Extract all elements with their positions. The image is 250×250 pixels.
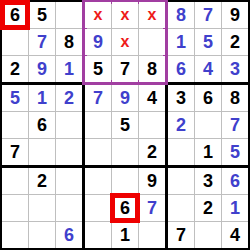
cell-r8c8[interactable]: 2 — [195, 195, 221, 221]
cell-r4c5[interactable]: 9 — [112, 85, 138, 111]
cell-r4c1[interactable]: 5 — [2, 85, 28, 111]
cell-r5c1[interactable] — [2, 112, 28, 138]
box-2: xxx9x578 — [85, 2, 165, 82]
cell-r5c6[interactable] — [139, 112, 165, 138]
cell-r2c1[interactable] — [2, 29, 28, 55]
cell-r5c7[interactable]: 2 — [168, 112, 194, 138]
cell-r7c2[interactable]: 2 — [29, 168, 55, 194]
box-4: 51267 — [2, 85, 82, 165]
cell-r6c5[interactable] — [112, 139, 138, 165]
cell-r1c6[interactable]: x — [139, 2, 165, 28]
cell-r3c1[interactable]: 2 — [2, 56, 28, 82]
cell-r3c7[interactable]: 6 — [168, 56, 194, 82]
cell-r6c1[interactable]: 7 — [2, 139, 28, 165]
cell-r9c9[interactable]: 4 — [222, 222, 248, 248]
cell-r1c3[interactable] — [56, 2, 82, 28]
cell-r4c9[interactable]: 8 — [222, 85, 248, 111]
cell-r5c8[interactable] — [195, 112, 221, 138]
cell-r4c2[interactable]: 1 — [29, 85, 55, 111]
cell-r3c5[interactable]: 7 — [112, 56, 138, 82]
cell-r7c5[interactable] — [112, 168, 138, 194]
box-3: 879152643 — [168, 2, 248, 82]
cell-r8c1[interactable] — [2, 195, 28, 221]
cell-r6c4[interactable] — [85, 139, 111, 165]
cell-r3c2[interactable]: 9 — [29, 56, 55, 82]
cell-r1c2[interactable]: 5 — [29, 2, 55, 28]
cell-r7c1[interactable] — [2, 168, 28, 194]
cell-r9c6[interactable] — [139, 222, 165, 248]
cell-r7c6[interactable]: 9 — [139, 168, 165, 194]
cell-r6c3[interactable] — [56, 139, 82, 165]
cell-r8c2[interactable] — [29, 195, 55, 221]
cell-r9c1[interactable] — [2, 222, 28, 248]
cell-r5c4[interactable] — [85, 112, 111, 138]
box-5: 79452 — [85, 85, 165, 165]
cell-r2c5[interactable]: x — [112, 29, 138, 55]
cell-r3c9[interactable]: 3 — [222, 56, 248, 82]
cell-r6c8[interactable]: 1 — [195, 139, 221, 165]
cell-r7c4[interactable] — [85, 168, 111, 194]
cell-r9c8[interactable] — [195, 222, 221, 248]
cell-r4c4[interactable]: 7 — [85, 85, 111, 111]
cell-r2c7[interactable]: 1 — [168, 29, 194, 55]
box-6: 3682715 — [168, 85, 248, 165]
box-7: 26 — [2, 168, 82, 248]
cell-r5c2[interactable]: 6 — [29, 112, 55, 138]
cell-r4c8[interactable]: 6 — [195, 85, 221, 111]
cell-r3c6[interactable]: 8 — [139, 56, 165, 82]
cell-r2c4[interactable]: 9 — [85, 29, 111, 55]
cell-r8c9[interactable]: 1 — [222, 195, 248, 221]
cell-r1c1[interactable]: 6 — [2, 2, 28, 28]
cell-r6c2[interactable] — [29, 139, 55, 165]
cell-r4c3[interactable]: 2 — [56, 85, 82, 111]
cell-r3c3[interactable]: 1 — [56, 56, 82, 82]
cell-r2c9[interactable]: 2 — [222, 29, 248, 55]
cell-r2c8[interactable]: 5 — [195, 29, 221, 55]
cell-r5c3[interactable] — [56, 112, 82, 138]
cell-r7c8[interactable]: 3 — [195, 168, 221, 194]
cell-r9c5[interactable]: 1 — [112, 222, 138, 248]
box-8: 9671 — [85, 168, 165, 248]
cell-r4c7[interactable]: 3 — [168, 85, 194, 111]
cell-r1c8[interactable]: 7 — [195, 2, 221, 28]
cell-r5c9[interactable]: 7 — [222, 112, 248, 138]
cell-r6c6[interactable]: 2 — [139, 139, 165, 165]
cell-r1c7[interactable]: 8 — [168, 2, 194, 28]
cell-r8c3[interactable] — [56, 195, 82, 221]
cell-r4c6[interactable]: 4 — [139, 85, 165, 111]
cell-r1c4[interactable]: x — [85, 2, 111, 28]
cell-r2c6[interactable] — [139, 29, 165, 55]
cell-r9c7[interactable]: 7 — [168, 222, 194, 248]
cell-r8c6[interactable]: 7 — [139, 195, 165, 221]
box-9: 362174 — [168, 168, 248, 248]
cell-r7c3[interactable] — [56, 168, 82, 194]
cell-r3c8[interactable]: 4 — [195, 56, 221, 82]
cell-r1c5[interactable]: x — [112, 2, 138, 28]
cell-r3c4[interactable]: 5 — [85, 56, 111, 82]
cell-r2c2[interactable]: 7 — [29, 29, 55, 55]
cell-r8c5[interactable]: 6 — [112, 195, 138, 221]
cell-r1c9[interactable]: 9 — [222, 2, 248, 28]
box-1: 6578291 — [2, 2, 82, 82]
cell-r8c4[interactable] — [85, 195, 111, 221]
sudoku-board: 6578291xxx9x5788791526435126779452368271… — [0, 0, 250, 250]
cell-r2c3[interactable]: 8 — [56, 29, 82, 55]
cell-r6c9[interactable]: 5 — [222, 139, 248, 165]
cell-r9c2[interactable] — [29, 222, 55, 248]
cell-r7c9[interactable]: 6 — [222, 168, 248, 194]
cell-r9c3[interactable]: 6 — [56, 222, 82, 248]
cell-r5c5[interactable]: 5 — [112, 112, 138, 138]
cell-r9c4[interactable] — [85, 222, 111, 248]
cell-r6c7[interactable] — [168, 139, 194, 165]
cell-r8c7[interactable] — [168, 195, 194, 221]
cell-r7c7[interactable] — [168, 168, 194, 194]
